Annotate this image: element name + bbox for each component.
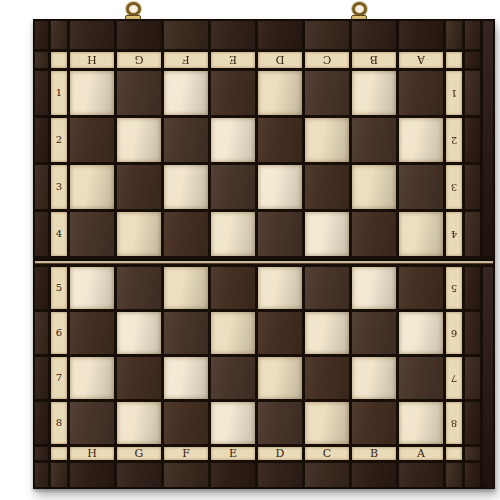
square-h2[interactable] [70, 118, 114, 162]
square-c8[interactable] [305, 402, 349, 444]
square-d7[interactable] [258, 357, 302, 399]
square-b5[interactable] [352, 267, 396, 309]
square-d6[interactable] [258, 312, 302, 354]
rank-label-right-2: 2 [446, 118, 462, 162]
square-c5[interactable] [305, 267, 349, 309]
square-c1[interactable] [305, 71, 349, 115]
file-label-bottom-h: H [70, 447, 114, 460]
box-edge-strip [483, 21, 493, 256]
file-label-top-f: F [164, 52, 208, 68]
hinge-ring-icon [126, 2, 141, 16]
square-e6[interactable] [211, 312, 255, 354]
frame-cell [352, 21, 396, 49]
square-e3[interactable] [211, 165, 255, 209]
label-corner [446, 447, 462, 460]
square-a4[interactable] [399, 212, 443, 256]
file-label-top-e: E [211, 52, 255, 68]
square-g4[interactable] [117, 212, 161, 256]
square-c6[interactable] [305, 312, 349, 354]
rank-label-left-3: 3 [51, 165, 67, 209]
frame-cell [117, 463, 161, 487]
file-label-bottom-d: D [258, 447, 302, 460]
rank-label-right-7: 7 [446, 357, 462, 399]
square-g7[interactable] [117, 357, 161, 399]
square-b2[interactable] [352, 118, 396, 162]
frame-cell [446, 21, 462, 49]
file-label-bottom-g: G [117, 447, 161, 460]
square-d2[interactable] [258, 118, 302, 162]
square-f3[interactable] [164, 165, 208, 209]
rank-label-right-4: 4 [446, 212, 462, 256]
frame-cell [258, 463, 302, 487]
rank-label-right-3: 3 [446, 165, 462, 209]
file-label-bottom-f: F [164, 447, 208, 460]
square-g5[interactable] [117, 267, 161, 309]
frame-cell [51, 463, 67, 487]
square-d8[interactable] [258, 402, 302, 444]
frame-cell [117, 21, 161, 49]
square-h6[interactable] [70, 312, 114, 354]
square-e5[interactable] [211, 267, 255, 309]
square-g6[interactable] [117, 312, 161, 354]
frame-cell [35, 312, 48, 354]
square-d4[interactable] [258, 212, 302, 256]
square-a1[interactable] [399, 71, 443, 115]
frame-cell [465, 312, 480, 354]
frame-cell [465, 118, 480, 162]
rank-label-left-4: 4 [51, 212, 67, 256]
square-d5[interactable] [258, 267, 302, 309]
square-d1[interactable] [258, 71, 302, 115]
square-h4[interactable] [70, 212, 114, 256]
frame-cell [164, 463, 208, 487]
frame-cell [465, 447, 480, 460]
frame-cell [352, 463, 396, 487]
square-f8[interactable] [164, 402, 208, 444]
square-e2[interactable] [211, 118, 255, 162]
frame-cell [35, 165, 48, 209]
file-label-bottom-c: C [305, 447, 349, 460]
square-b7[interactable] [352, 357, 396, 399]
square-a8[interactable] [399, 402, 443, 444]
frame-cell [465, 212, 480, 256]
rank-label-left-2: 2 [51, 118, 67, 162]
frame-cell [305, 21, 349, 49]
square-c4[interactable] [305, 212, 349, 256]
frame-cell [211, 21, 255, 49]
square-c2[interactable] [305, 118, 349, 162]
square-e4[interactable] [211, 212, 255, 256]
rank-label-left-5: 5 [51, 267, 67, 309]
frame-cell [35, 21, 48, 49]
square-e7[interactable] [211, 357, 255, 399]
file-label-top-g: G [117, 52, 161, 68]
square-b8[interactable] [352, 402, 396, 444]
file-label-top-b: B [352, 52, 396, 68]
fold-seam [35, 259, 493, 264]
rank-label-right-5: 5 [446, 267, 462, 309]
frame-cell [399, 21, 443, 49]
hinge-ring-icon [352, 2, 367, 16]
file-label-top-c: C [305, 52, 349, 68]
frame-cell [35, 402, 48, 444]
square-a6[interactable] [399, 312, 443, 354]
file-label-top-a: A [399, 52, 443, 68]
file-label-top-h: H [70, 52, 114, 68]
square-f6[interactable] [164, 312, 208, 354]
frame-cell [211, 463, 255, 487]
square-a2[interactable] [399, 118, 443, 162]
rank-label-left-7: 7 [51, 357, 67, 399]
square-f7[interactable] [164, 357, 208, 399]
file-label-top-d: D [258, 52, 302, 68]
square-c7[interactable] [305, 357, 349, 399]
square-f5[interactable] [164, 267, 208, 309]
frame-cell [35, 447, 48, 460]
frame-cell [465, 267, 480, 309]
chess-board: HGFEDCBA1122334455667788HGFEDCBA [33, 19, 495, 489]
frame-cell [465, 165, 480, 209]
square-c3[interactable] [305, 165, 349, 209]
frame-cell [258, 21, 302, 49]
rank-label-left-8: 8 [51, 402, 67, 444]
square-f2[interactable] [164, 118, 208, 162]
frame-cell [70, 463, 114, 487]
square-h7[interactable] [70, 357, 114, 399]
square-g8[interactable] [117, 402, 161, 444]
frame-cell [465, 71, 480, 115]
frame-cell [465, 463, 480, 487]
rank-label-left-6: 6 [51, 312, 67, 354]
rank-label-right-1: 1 [446, 71, 462, 115]
square-b4[interactable] [352, 212, 396, 256]
label-corner [51, 52, 67, 68]
frame-cell [35, 118, 48, 162]
file-label-bottom-a: A [399, 447, 443, 460]
square-h3[interactable] [70, 165, 114, 209]
frame-cell [305, 463, 349, 487]
square-h5[interactable] [70, 267, 114, 309]
square-f1[interactable] [164, 71, 208, 115]
frame-cell [35, 357, 48, 399]
frame-cell [70, 21, 114, 49]
frame-cell [35, 71, 48, 115]
rank-label-left-1: 1 [51, 71, 67, 115]
frame-cell [51, 21, 67, 49]
label-corner [446, 52, 462, 68]
chess-box-photo: HGFEDCBA1122334455667788HGFEDCBA [0, 0, 500, 500]
square-a7[interactable] [399, 357, 443, 399]
rank-label-right-8: 8 [446, 402, 462, 444]
rank-label-right-6: 6 [446, 312, 462, 354]
file-label-bottom-e: E [211, 447, 255, 460]
frame-cell [446, 463, 462, 487]
square-b1[interactable] [352, 71, 396, 115]
square-h8[interactable] [70, 402, 114, 444]
file-label-bottom-b: B [352, 447, 396, 460]
frame-cell [164, 21, 208, 49]
square-e1[interactable] [211, 71, 255, 115]
square-d3[interactable] [258, 165, 302, 209]
square-b3[interactable] [352, 165, 396, 209]
frame-cell [35, 212, 48, 256]
frame-cell [465, 21, 480, 49]
square-g1[interactable] [117, 71, 161, 115]
square-e8[interactable] [211, 402, 255, 444]
frame-cell [35, 463, 48, 487]
square-g2[interactable] [117, 118, 161, 162]
square-b6[interactable] [352, 312, 396, 354]
square-g3[interactable] [117, 165, 161, 209]
frame-cell [35, 52, 48, 68]
frame-cell [465, 52, 480, 68]
square-a3[interactable] [399, 165, 443, 209]
frame-cell [465, 357, 480, 399]
frame-cell [399, 463, 443, 487]
label-corner [51, 447, 67, 460]
frame-cell [465, 402, 480, 444]
square-f4[interactable] [164, 212, 208, 256]
box-edge-strip [483, 267, 493, 487]
square-h1[interactable] [70, 71, 114, 115]
square-a5[interactable] [399, 267, 443, 309]
frame-cell [35, 267, 48, 309]
